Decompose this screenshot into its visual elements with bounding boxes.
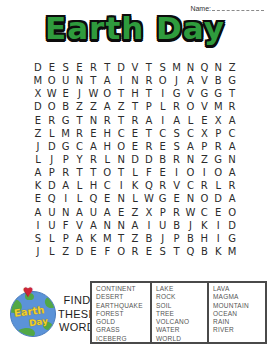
grid-cell[interactable]: G bbox=[170, 87, 184, 100]
word-list-item[interactable]: ROCK bbox=[156, 293, 207, 301]
grid-cell[interactable]: K bbox=[86, 232, 100, 245]
grid-cell[interactable]: E bbox=[128, 140, 142, 153]
grid-cell[interactable]: A bbox=[225, 140, 239, 153]
grid-cell[interactable]: A bbox=[86, 219, 100, 232]
grid-cell[interactable]: D bbox=[225, 219, 239, 232]
grid-cell[interactable]: F bbox=[59, 219, 73, 232]
grid-cell[interactable]: O bbox=[45, 100, 59, 113]
word-list-item[interactable]: LAVA bbox=[213, 285, 265, 293]
grid-cell[interactable]: U bbox=[45, 205, 59, 218]
grid-cell[interactable]: H bbox=[197, 232, 211, 245]
grid-cell[interactable]: T bbox=[114, 87, 128, 100]
grid-cell[interactable]: C bbox=[114, 127, 128, 140]
grid-cell[interactable]: I bbox=[197, 166, 211, 179]
grid-cell[interactable]: M bbox=[170, 61, 184, 74]
grid-cell[interactable]: L bbox=[45, 245, 59, 258]
grid-cell[interactable]: A bbox=[100, 100, 114, 113]
grid-cell[interactable]: H bbox=[86, 179, 100, 192]
grid-cell[interactable]: D bbox=[211, 192, 225, 205]
grid-cell[interactable]: V bbox=[170, 179, 184, 192]
grid-cell[interactable]: G bbox=[225, 74, 239, 87]
grid-cell[interactable]: C bbox=[184, 127, 198, 140]
grid-cell[interactable]: M bbox=[59, 127, 73, 140]
grid-cell[interactable]: L bbox=[128, 192, 142, 205]
grid-cell[interactable]: Q bbox=[142, 179, 156, 192]
grid-cell[interactable]: T bbox=[142, 61, 156, 74]
grid-cell[interactable]: D bbox=[31, 61, 45, 74]
grid-cell[interactable]: J bbox=[31, 245, 45, 258]
word-list-item[interactable]: WATER bbox=[156, 326, 207, 334]
grid-cell[interactable]: T bbox=[142, 87, 156, 100]
grid-cell[interactable]: Q bbox=[197, 61, 211, 74]
grid-cell[interactable]: L bbox=[128, 166, 142, 179]
grid-cell[interactable]: C bbox=[184, 179, 198, 192]
grid-cell[interactable]: F bbox=[142, 166, 156, 179]
grid-cell[interactable]: Z bbox=[59, 245, 73, 258]
grid-cell[interactable]: A bbox=[86, 140, 100, 153]
grid-cell[interactable]: L bbox=[156, 100, 170, 113]
grid-cell[interactable]: G bbox=[156, 192, 170, 205]
grid-cell[interactable]: V bbox=[197, 100, 211, 113]
grid-cell[interactable]: R bbox=[170, 205, 184, 218]
grid-cell[interactable]: R bbox=[225, 179, 239, 192]
grid-cell[interactable]: G bbox=[59, 140, 73, 153]
grid-cell[interactable]: E bbox=[128, 127, 142, 140]
grid-cell[interactable]: J bbox=[31, 140, 45, 153]
grid-cell[interactable]: U bbox=[45, 219, 59, 232]
grid-cell[interactable]: E bbox=[86, 127, 100, 140]
grid-cell[interactable]: L bbox=[184, 114, 198, 127]
grid-cell[interactable]: X bbox=[31, 87, 45, 100]
grid-cell[interactable]: R bbox=[142, 140, 156, 153]
grid-cell[interactable]: O bbox=[45, 74, 59, 87]
grid-cell[interactable]: W bbox=[184, 205, 198, 218]
continent-shape bbox=[16, 327, 35, 337]
grid-cell[interactable]: U bbox=[156, 219, 170, 232]
word-list-column: CONTINENTDESERTEARTHQUAKEFORESTGOLDGRASS… bbox=[92, 283, 150, 342]
grid-cell[interactable]: A bbox=[31, 205, 45, 218]
grid-cell[interactable]: Y bbox=[73, 153, 87, 166]
grid-cell[interactable]: Z bbox=[197, 153, 211, 166]
grid-cell[interactable]: O bbox=[211, 166, 225, 179]
grid-cell[interactable]: R bbox=[86, 153, 100, 166]
grid-cell[interactable]: Q bbox=[45, 192, 59, 205]
grid-cell[interactable]: R bbox=[45, 114, 59, 127]
grid-cell[interactable]: P bbox=[197, 140, 211, 153]
grid-cell[interactable]: D bbox=[128, 153, 142, 166]
grid-cell[interactable]: B bbox=[59, 100, 73, 113]
grid-cell[interactable]: P bbox=[211, 127, 225, 140]
grid-cell[interactable]: E bbox=[86, 245, 100, 258]
grid-cell[interactable]: I bbox=[156, 114, 170, 127]
grid-cell[interactable]: T bbox=[86, 166, 100, 179]
grid-cell[interactable]: A bbox=[184, 74, 198, 87]
grid-cell[interactable]: Z bbox=[86, 100, 100, 113]
grid-cell[interactable]: L bbox=[31, 153, 45, 166]
grid-cell[interactable]: O bbox=[100, 87, 114, 100]
grid-cell[interactable]: D bbox=[45, 179, 59, 192]
grid-cell[interactable]: E bbox=[156, 166, 170, 179]
word-list-item[interactable]: SOIL bbox=[156, 302, 207, 310]
grid-cell[interactable]: S bbox=[31, 232, 45, 245]
grid-cell[interactable]: S bbox=[59, 61, 73, 74]
grid-cell[interactable]: O bbox=[114, 245, 128, 258]
word-list-item[interactable]: LAKE bbox=[156, 285, 207, 293]
grid-cell[interactable]: M bbox=[100, 232, 114, 245]
grid-cell[interactable]: N bbox=[184, 61, 198, 74]
grid-cell[interactable]: T bbox=[114, 232, 128, 245]
grid-cell[interactable]: O bbox=[100, 166, 114, 179]
heart-icon: ♥ bbox=[23, 282, 33, 302]
word-list: CONTINENTDESERTEARTHQUAKEFORESTGOLDGRASS… bbox=[90, 281, 267, 344]
grid-cell[interactable]: C bbox=[197, 205, 211, 218]
grid-cell[interactable]: S bbox=[156, 245, 170, 258]
word-list-column: LAVAMAGMAMOUNTAINOCEANRAINRIVER bbox=[207, 283, 265, 342]
grid-cell[interactable]: B bbox=[170, 219, 184, 232]
grid-cell[interactable]: E bbox=[156, 140, 170, 153]
grid-cell[interactable]: E bbox=[211, 205, 225, 218]
grid-cell[interactable]: Q bbox=[86, 192, 100, 205]
grid-cell[interactable]: C bbox=[225, 127, 239, 140]
grid-cell[interactable]: M bbox=[31, 74, 45, 87]
word-list-item[interactable]: TREE bbox=[156, 310, 207, 318]
grid-cell[interactable]: X bbox=[197, 127, 211, 140]
word-list-item[interactable]: GOLD bbox=[96, 318, 150, 326]
grid-cell[interactable]: Z bbox=[225, 61, 239, 74]
grid-cell[interactable]: N bbox=[225, 153, 239, 166]
grid-cell[interactable]: X bbox=[142, 205, 156, 218]
grid-cell[interactable]: G bbox=[225, 232, 239, 245]
grid-cell[interactable]: J bbox=[170, 74, 184, 87]
grid-cell[interactable]: D bbox=[73, 245, 87, 258]
grid-cell[interactable]: A bbox=[225, 192, 239, 205]
grid-cell[interactable]: O bbox=[184, 166, 198, 179]
grid-cell[interactable]: R bbox=[170, 153, 184, 166]
grid-cell[interactable]: Z bbox=[114, 100, 128, 113]
grid-cell[interactable]: A bbox=[142, 114, 156, 127]
grid-cell[interactable]: C bbox=[73, 140, 87, 153]
grid-cell[interactable]: P bbox=[59, 232, 73, 245]
grid-cell[interactable]: A bbox=[100, 74, 114, 87]
word-list-item[interactable]: OCEAN bbox=[213, 310, 265, 318]
grid-cell[interactable]: T bbox=[86, 74, 100, 87]
grid-cell[interactable]: E bbox=[73, 61, 87, 74]
grid-cell[interactable]: R bbox=[73, 127, 87, 140]
grid-cell[interactable]: I bbox=[31, 219, 45, 232]
grid-cell[interactable]: B bbox=[184, 232, 198, 245]
grid-cell[interactable]: U bbox=[59, 74, 73, 87]
grid-cell[interactable]: P bbox=[156, 205, 170, 218]
grid-cell[interactable]: E bbox=[31, 192, 45, 205]
grid-cell[interactable]: T bbox=[128, 100, 142, 113]
grid-cell[interactable]: O bbox=[156, 74, 170, 87]
grid-cell[interactable]: G bbox=[211, 87, 225, 100]
grid-cell[interactable]: L bbox=[45, 127, 59, 140]
word-list-item[interactable]: MOUNTAIN bbox=[213, 302, 265, 310]
grid-cell[interactable]: N bbox=[211, 61, 225, 74]
grid-cell[interactable]: V bbox=[184, 87, 198, 100]
grid-cell[interactable]: R bbox=[142, 74, 156, 87]
grid-cell[interactable]: N bbox=[73, 74, 87, 87]
word-list-item[interactable]: VOLCANO bbox=[156, 318, 207, 326]
grid-cell[interactable]: R bbox=[225, 100, 239, 113]
grid-cell[interactable]: D bbox=[114, 61, 128, 74]
grid-cell[interactable]: B bbox=[211, 74, 225, 87]
grid-cell[interactable]: U bbox=[86, 205, 100, 218]
grid-cell[interactable]: O bbox=[197, 192, 211, 205]
grid-cell[interactable]: R bbox=[59, 166, 73, 179]
word-list-item[interactable]: GRASS bbox=[96, 326, 150, 334]
grid-cell[interactable]: L bbox=[211, 179, 225, 192]
grid-cell[interactable]: M bbox=[225, 245, 239, 258]
grid-cell[interactable]: S bbox=[170, 140, 184, 153]
grid-cell[interactable]: X bbox=[211, 114, 225, 127]
grid-cell[interactable]: Z bbox=[128, 205, 142, 218]
grid-cell[interactable]: Z bbox=[128, 232, 142, 245]
grid-cell[interactable]: H bbox=[128, 87, 142, 100]
grid-cell[interactable]: T bbox=[225, 87, 239, 100]
grid-cell[interactable]: H bbox=[100, 127, 114, 140]
grid-cell[interactable]: N bbox=[184, 153, 198, 166]
grid-cell[interactable]: A bbox=[73, 232, 87, 245]
grid-cell[interactable]: R bbox=[211, 140, 225, 153]
grid-cell[interactable]: W bbox=[45, 87, 59, 100]
word-list-item[interactable]: FOREST bbox=[96, 310, 150, 318]
grid-cell[interactable]: N bbox=[184, 192, 198, 205]
grid-cell[interactable]: O bbox=[225, 205, 239, 218]
grid-cell[interactable]: K bbox=[197, 219, 211, 232]
grid-cell[interactable]: H bbox=[100, 140, 114, 153]
grid-cell[interactable]: R bbox=[170, 100, 184, 113]
grid-cell[interactable]: N bbox=[128, 74, 142, 87]
grid-cell[interactable]: R bbox=[86, 61, 100, 74]
grid-cell[interactable]: T bbox=[73, 114, 87, 127]
grid-cell[interactable]: D bbox=[142, 153, 156, 166]
grid-cell[interactable]: T bbox=[114, 114, 128, 127]
word-list-column: LAKEROCKSOILTREEVOLCANOWATERWORLD bbox=[150, 283, 207, 342]
grid-cell[interactable]: A bbox=[225, 114, 239, 127]
grid-cell[interactable]: W bbox=[86, 87, 100, 100]
grid-cell[interactable]: A bbox=[31, 166, 45, 179]
grid-cell[interactable]: A bbox=[170, 114, 184, 127]
grid-cell[interactable]: A bbox=[59, 179, 73, 192]
word-list-item[interactable]: DESERT bbox=[96, 293, 150, 301]
grid-cell[interactable]: N bbox=[59, 205, 73, 218]
grid-cell[interactable]: R bbox=[100, 114, 114, 127]
grid-cell[interactable]: D bbox=[31, 100, 45, 113]
grid-cell[interactable]: T bbox=[142, 127, 156, 140]
grid-cell[interactable]: P bbox=[170, 232, 184, 245]
word-list-item[interactable]: RAIN bbox=[213, 318, 265, 326]
grid-cell[interactable]: O bbox=[184, 100, 198, 113]
grid-cell[interactable]: A bbox=[184, 140, 198, 153]
grid-cell[interactable]: I bbox=[156, 87, 170, 100]
grid-cell[interactable]: S bbox=[156, 61, 170, 74]
grid-cell[interactable]: V bbox=[128, 61, 142, 74]
grid-cell[interactable]: E bbox=[59, 87, 73, 100]
grid-cell[interactable]: N bbox=[114, 153, 128, 166]
grid-cell[interactable]: K bbox=[211, 245, 225, 258]
page-title: Earth Day bbox=[0, 10, 270, 46]
grid-cell[interactable]: I bbox=[170, 166, 184, 179]
word-list-item[interactable]: MAGMA bbox=[213, 293, 265, 301]
grid-cell[interactable]: E bbox=[114, 205, 128, 218]
grid-cell[interactable]: B bbox=[197, 245, 211, 258]
grid-cell[interactable]: R bbox=[128, 245, 142, 258]
grid-cell[interactable]: R bbox=[197, 179, 211, 192]
grid-cell[interactable]: I bbox=[114, 74, 128, 87]
worksheet-page: Name: Earth Day DESERTDVTSMNQNZMOUNTAINR… bbox=[0, 0, 270, 350]
grid-cell[interactable]: R bbox=[156, 179, 170, 192]
grid-cell[interactable]: M bbox=[211, 100, 225, 113]
word-list-item[interactable]: EARTHQUAKE bbox=[96, 302, 150, 310]
grid-cell[interactable]: L bbox=[73, 192, 87, 205]
word-list-item[interactable]: ICEBERG bbox=[96, 335, 150, 343]
grid-cell[interactable]: I bbox=[114, 179, 128, 192]
grid-cell[interactable]: B bbox=[142, 232, 156, 245]
grid-cell[interactable]: L bbox=[45, 232, 59, 245]
grid-cell[interactable]: Q bbox=[184, 245, 198, 258]
grid-cell[interactable]: E bbox=[142, 245, 156, 258]
grid-cell[interactable]: L bbox=[100, 153, 114, 166]
grid-cell[interactable]: I bbox=[142, 219, 156, 232]
grid-cell[interactable]: J bbox=[45, 153, 59, 166]
grid-cell[interactable]: V bbox=[197, 74, 211, 87]
grid-cell[interactable]: Z bbox=[31, 127, 45, 140]
grid-cell[interactable]: G bbox=[197, 87, 211, 100]
grid-cell[interactable]: G bbox=[59, 114, 73, 127]
grid-cell[interactable]: C bbox=[156, 127, 170, 140]
grid-cell[interactable]: G bbox=[211, 153, 225, 166]
grid-cell[interactable]: I bbox=[211, 219, 225, 232]
grid-cell[interactable]: I bbox=[59, 192, 73, 205]
grid-cell[interactable]: S bbox=[170, 127, 184, 140]
grid-cell[interactable]: A bbox=[100, 205, 114, 218]
grid-cell[interactable]: E bbox=[45, 61, 59, 74]
grid-cell[interactable]: T bbox=[73, 166, 87, 179]
grid-cell[interactable]: A bbox=[225, 166, 239, 179]
grid-cell[interactable]: O bbox=[114, 140, 128, 153]
grid-cell[interactable]: A bbox=[128, 219, 142, 232]
word-list-item[interactable]: CONTINENT bbox=[96, 285, 150, 293]
grid-cell[interactable]: L bbox=[73, 179, 87, 192]
grid-cell[interactable]: W bbox=[142, 192, 156, 205]
grid-cell[interactable]: T bbox=[170, 245, 184, 258]
word-list-item[interactable]: RIVER bbox=[213, 326, 265, 334]
grid-cell[interactable]: P bbox=[45, 166, 59, 179]
grid-cell[interactable]: E bbox=[170, 192, 184, 205]
grid-cell[interactable]: E bbox=[31, 114, 45, 127]
grid-cell[interactable]: J bbox=[184, 219, 198, 232]
grid-cell[interactable]: P bbox=[59, 153, 73, 166]
word-list-item[interactable]: WORLD bbox=[156, 335, 207, 343]
grid-cell[interactable]: R bbox=[128, 114, 142, 127]
grid-cell[interactable]: N bbox=[86, 114, 100, 127]
grid-cell[interactable]: K bbox=[31, 179, 45, 192]
grid-cell[interactable]: A bbox=[73, 205, 87, 218]
grid-cell[interactable]: V bbox=[73, 219, 87, 232]
grid-cell[interactable]: J bbox=[156, 232, 170, 245]
grid-cell[interactable]: D bbox=[45, 140, 59, 153]
word-search-grid: DESERTDVTSMNQNZMOUNTAINROJAVBGXWEJWOTHTI… bbox=[31, 61, 239, 258]
grid-cell[interactable]: Z bbox=[73, 100, 87, 113]
grid-cell[interactable]: C bbox=[100, 179, 114, 192]
grid-cell[interactable]: N bbox=[100, 219, 114, 232]
grid-cell[interactable]: E bbox=[197, 114, 211, 127]
grid-cell[interactable]: B bbox=[156, 153, 170, 166]
grid-cell[interactable]: P bbox=[142, 100, 156, 113]
grid-cell[interactable]: N bbox=[114, 192, 128, 205]
grid-cell[interactable]: I bbox=[211, 232, 225, 245]
grid-cell[interactable]: K bbox=[128, 179, 142, 192]
grid-cell[interactable]: E bbox=[100, 192, 114, 205]
earth-globe-icon: ♥ Earth Day bbox=[10, 291, 56, 337]
grid-cell[interactable]: F bbox=[100, 245, 114, 258]
grid-cell[interactable]: T bbox=[114, 166, 128, 179]
grid-cell[interactable]: N bbox=[114, 219, 128, 232]
grid-cell[interactable]: T bbox=[100, 61, 114, 74]
grid-cell[interactable]: J bbox=[73, 87, 87, 100]
